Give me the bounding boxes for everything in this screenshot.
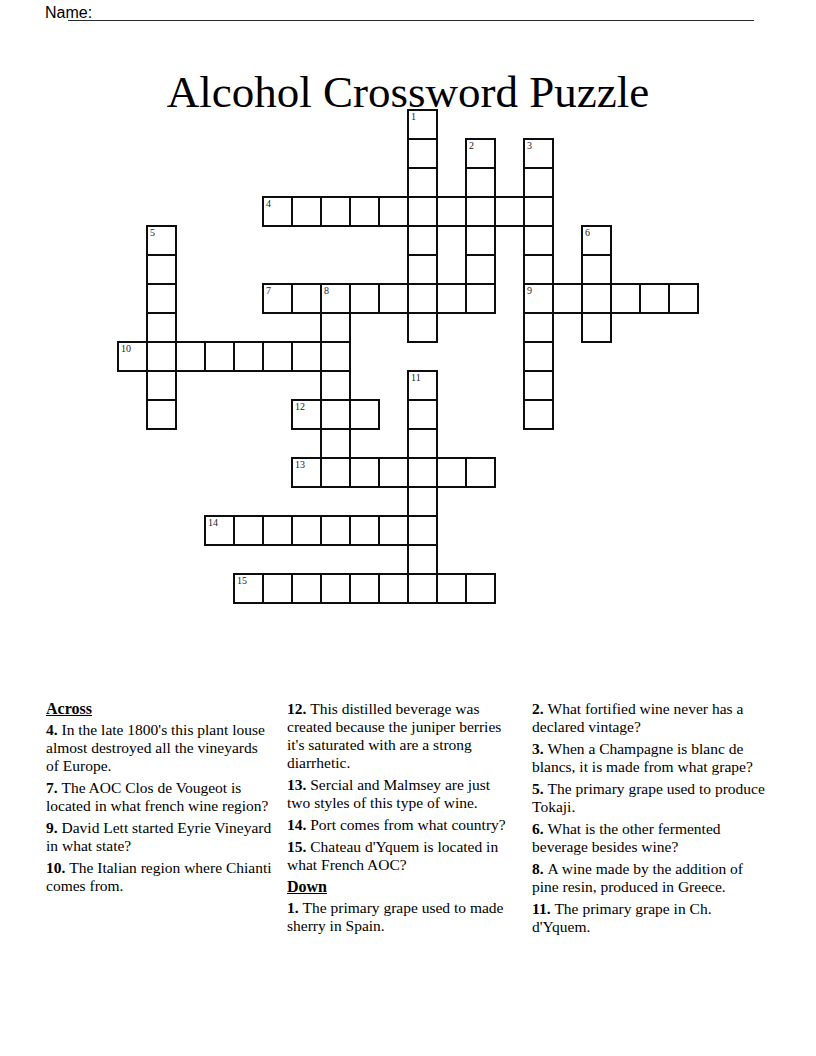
grid-cell[interactable] (494, 196, 525, 227)
clue-number: 15. (287, 838, 310, 855)
grid-cell[interactable] (349, 196, 380, 227)
cell-number: 14 (208, 517, 218, 528)
clue-text: David Lett started Eyrie Vineyard in wha… (46, 819, 271, 854)
worksheet-page: Name: Alcohol Crossword Puzzle 123456789… (0, 0, 816, 1056)
grid-cell[interactable] (378, 283, 409, 314)
cell-number: 11 (411, 372, 421, 383)
grid-cell[interactable] (465, 573, 496, 604)
clue-down-6: 6. What is the other fermented beverage … (532, 820, 766, 856)
grid-cell[interactable] (378, 573, 409, 604)
clue-down-11: 11. The primary grape in Ch. d'Yquem. (532, 900, 766, 936)
grid-cell[interactable] (407, 167, 438, 198)
grid-cell[interactable] (146, 341, 177, 372)
grid-cell[interactable] (407, 573, 438, 604)
grid-cell[interactable] (523, 370, 554, 401)
grid-cell[interactable] (407, 515, 438, 546)
clue-across-14: 14. Port comes from what country? (287, 816, 517, 834)
cell-number: 1 (411, 111, 416, 122)
clues-column-2: 12. This distilled beverage was created … (287, 700, 517, 939)
grid-cell[interactable] (262, 341, 293, 372)
grid-cell[interactable]: 6 (581, 225, 612, 256)
clue-number: 6. (532, 820, 548, 837)
grid-cell[interactable] (262, 515, 293, 546)
grid-cell[interactable] (407, 399, 438, 430)
grid-cell[interactable] (523, 312, 554, 343)
clue-text: The AOC Clos de Vougeot is located in wh… (46, 779, 269, 814)
clue-number: 12. (287, 700, 310, 717)
grid-cell[interactable] (146, 399, 177, 430)
clue-text: A wine made by the addition of pine resi… (532, 860, 743, 895)
grid-cell[interactable] (320, 399, 351, 430)
clue-text: The primary grape in Ch. d'Yquem. (532, 900, 712, 935)
name-fill-in-line (68, 20, 754, 21)
clue-number: 11. (532, 900, 554, 917)
grid-cell[interactable] (320, 515, 351, 546)
cell-number: 9 (527, 285, 532, 296)
grid-cell[interactable] (465, 196, 496, 227)
grid-cell[interactable] (581, 254, 612, 285)
grid-cell[interactable] (291, 196, 322, 227)
grid-cell[interactable] (291, 515, 322, 546)
grid-cell[interactable] (668, 283, 699, 314)
grid-cell[interactable] (146, 370, 177, 401)
grid-cell[interactable] (378, 457, 409, 488)
crossword-grid: 123456789101112131415 (118, 110, 698, 603)
clue-number: 8. (532, 860, 548, 877)
grid-cell[interactable] (175, 341, 206, 372)
clue-number: 3. (532, 740, 548, 757)
clue-text: Chateau d'Yquem is located in what Frenc… (287, 838, 498, 873)
grid-cell[interactable] (204, 341, 235, 372)
grid-cell[interactable] (523, 167, 554, 198)
grid-cell[interactable]: 2 (465, 138, 496, 169)
grid-cell[interactable]: 14 (204, 515, 235, 546)
grid-cell[interactable] (407, 457, 438, 488)
grid-cell[interactable] (552, 283, 583, 314)
clue-across-13: 13. Sercial and Malmsey are just two sty… (287, 776, 517, 812)
grid-cell[interactable] (465, 167, 496, 198)
grid-cell[interactable] (465, 457, 496, 488)
clues-down-header: Down (287, 878, 517, 896)
clue-number: 14. (287, 816, 310, 833)
grid-cell[interactable]: 1 (407, 109, 438, 140)
clue-text: This distilled beverage was created beca… (287, 700, 501, 771)
cell-number: 4 (266, 198, 271, 209)
cell-number: 3 (527, 140, 532, 151)
grid-cell[interactable] (378, 515, 409, 546)
clue-number: 4. (46, 721, 62, 738)
grid-cell[interactable] (523, 225, 554, 256)
clue-number: 2. (532, 700, 548, 717)
grid-cell[interactable] (436, 283, 467, 314)
grid-cell[interactable]: 7 (262, 283, 293, 314)
grid-cell[interactable] (465, 254, 496, 285)
grid-cell[interactable] (407, 544, 438, 575)
clue-text: What fortified wine never has a declared… (532, 700, 743, 735)
grid-cell[interactable]: 5 (146, 225, 177, 256)
grid-cell[interactable]: 8 (320, 283, 351, 314)
clue-text: The Italian region where Chianti comes f… (46, 859, 272, 894)
clue-text: The primary grape used to made sherry in… (287, 899, 504, 934)
clue-text: When a Champagne is blanc de blancs, it … (532, 740, 753, 775)
clue-across-9: 9. David Lett started Eyrie Vineyard in … (46, 819, 272, 855)
grid-cell[interactable] (523, 254, 554, 285)
clue-text: The primary grape used to produce Tokaji… (532, 780, 765, 815)
grid-cell[interactable]: 9 (523, 283, 554, 314)
grid-cell[interactable] (320, 428, 351, 459)
grid-cell[interactable] (349, 457, 380, 488)
grid-cell[interactable]: 3 (523, 138, 554, 169)
grid-cell[interactable] (146, 254, 177, 285)
grid-cell[interactable] (349, 283, 380, 314)
grid-cell[interactable] (320, 341, 351, 372)
grid-cell[interactable] (407, 283, 438, 314)
clues-column-3: 2. What fortified wine never has a decla… (532, 700, 766, 940)
clue-number: 10. (46, 859, 69, 876)
grid-cell[interactable] (233, 515, 264, 546)
grid-cell[interactable] (581, 283, 612, 314)
grid-cell[interactable]: 10 (117, 341, 148, 372)
clue-number: 1. (287, 899, 303, 916)
cell-number: 6 (585, 227, 590, 238)
cell-number: 12 (295, 401, 305, 412)
grid-cell[interactable] (233, 341, 264, 372)
grid-cell[interactable] (436, 457, 467, 488)
clue-text: Sercial and Malmsey are just two styles … (287, 776, 490, 811)
grid-cell[interactable] (407, 225, 438, 256)
clue-down-3: 3. When a Champagne is blanc de blancs, … (532, 740, 766, 776)
cell-number: 7 (266, 285, 271, 296)
clue-number: 13. (287, 776, 310, 793)
grid-cell[interactable] (639, 283, 670, 314)
grid-cell[interactable] (320, 196, 351, 227)
grid-cell[interactable] (320, 370, 351, 401)
grid-cell[interactable] (349, 399, 380, 430)
cell-number: 2 (469, 140, 474, 151)
cell-number: 10 (121, 343, 131, 354)
cell-number: 15 (237, 575, 247, 586)
clue-number: 7. (46, 779, 62, 796)
clues-across-header: Across (46, 700, 272, 718)
grid-cell[interactable] (378, 196, 409, 227)
clue-text: What is the other fermented beverage bes… (532, 820, 721, 855)
grid-cell[interactable] (320, 457, 351, 488)
clues-column-1: Across4. In the late 1800's this plant l… (46, 700, 272, 899)
grid-cell[interactable]: 11 (407, 370, 438, 401)
clue-down-2: 2. What fortified wine never has a decla… (532, 700, 766, 736)
grid-cell[interactable] (581, 312, 612, 343)
cell-number: 13 (295, 459, 305, 470)
cell-number: 5 (150, 227, 155, 238)
cell-number: 8 (324, 285, 329, 296)
clue-across-15: 15. Chateau d'Yquem is located in what F… (287, 838, 517, 874)
clue-text: Port comes from what country? (310, 816, 505, 833)
clue-across-12: 12. This distilled beverage was created … (287, 700, 517, 772)
clue-across-7: 7. The AOC Clos de Vougeot is located in… (46, 779, 272, 815)
grid-cell[interactable] (436, 573, 467, 604)
clue-number: 5. (532, 780, 548, 797)
grid-cell[interactable] (349, 515, 380, 546)
grid-cell[interactable] (349, 573, 380, 604)
grid-cell[interactable] (146, 312, 177, 343)
clue-across-4: 4. In the late 1800's this plant louse a… (46, 721, 272, 775)
grid-cell[interactable]: 4 (262, 196, 293, 227)
grid-cell[interactable] (407, 428, 438, 459)
clue-down-1: 1. The primary grape used to made sherry… (287, 899, 517, 935)
grid-cell[interactable] (407, 196, 438, 227)
grid-cell[interactable] (407, 486, 438, 517)
grid-cell[interactable] (320, 573, 351, 604)
grid-cell[interactable] (407, 312, 438, 343)
grid-cell[interactable] (407, 254, 438, 285)
grid-cell[interactable] (291, 283, 322, 314)
grid-cell[interactable] (407, 138, 438, 169)
grid-cell[interactable] (291, 573, 322, 604)
grid-cell[interactable] (291, 341, 322, 372)
clue-number: 9. (46, 819, 62, 836)
clue-across-10: 10. The Italian region where Chianti com… (46, 859, 272, 895)
clue-down-8: 8. A wine made by the addition of pine r… (532, 860, 766, 896)
grid-cell[interactable] (523, 341, 554, 372)
grid-cell[interactable]: 13 (291, 457, 322, 488)
grid-cell[interactable] (465, 225, 496, 256)
clue-down-5: 5. The primary grape used to produce Tok… (532, 780, 766, 816)
grid-cell[interactable] (262, 573, 293, 604)
grid-cell[interactable] (146, 283, 177, 314)
grid-cell[interactable]: 15 (233, 573, 264, 604)
grid-cell[interactable]: 12 (291, 399, 322, 430)
grid-cell[interactable] (320, 312, 351, 343)
grid-cell[interactable] (610, 283, 641, 314)
grid-cell[interactable] (523, 399, 554, 430)
grid-cell[interactable] (465, 283, 496, 314)
clue-text: In the late 1800's this plant louse almo… (46, 721, 265, 774)
grid-cell[interactable] (436, 196, 467, 227)
grid-cell[interactable] (523, 196, 554, 227)
